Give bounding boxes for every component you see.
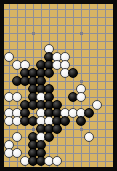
go-board-screenshot (0, 0, 117, 171)
grid-line-horizontal (4, 25, 113, 26)
grid-line-horizontal (4, 89, 113, 90)
grid-line-horizontal (4, 49, 113, 50)
grid-line-horizontal (4, 17, 113, 18)
grid-line-vertical (105, 4, 106, 167)
grid-line-horizontal (4, 41, 113, 42)
grid-line-vertical (65, 4, 66, 167)
white-stone[interactable] (12, 132, 22, 142)
star-point (80, 128, 83, 131)
grid-line-horizontal (4, 145, 113, 146)
black-stone[interactable] (52, 124, 62, 134)
grid-line-vertical (57, 4, 58, 167)
star-point (80, 32, 83, 35)
go-board[interactable] (4, 4, 113, 167)
grid-line-horizontal (4, 33, 113, 34)
white-stone[interactable] (84, 132, 94, 142)
grid-line-vertical (97, 4, 98, 167)
white-stone[interactable] (76, 92, 86, 102)
white-stone[interactable] (92, 100, 102, 110)
star-point (80, 80, 83, 83)
black-stone[interactable] (60, 116, 70, 126)
black-stone[interactable] (68, 68, 78, 78)
black-stone[interactable] (84, 108, 94, 118)
black-stone[interactable] (76, 116, 86, 126)
grid-line-vertical (73, 4, 74, 167)
grid-line-vertical (89, 4, 90, 167)
black-stone[interactable] (44, 132, 54, 142)
star-point (32, 32, 35, 35)
star-point (32, 128, 35, 131)
grid-line-horizontal (4, 9, 113, 10)
white-stone[interactable] (52, 156, 62, 166)
black-stone[interactable] (44, 68, 54, 78)
